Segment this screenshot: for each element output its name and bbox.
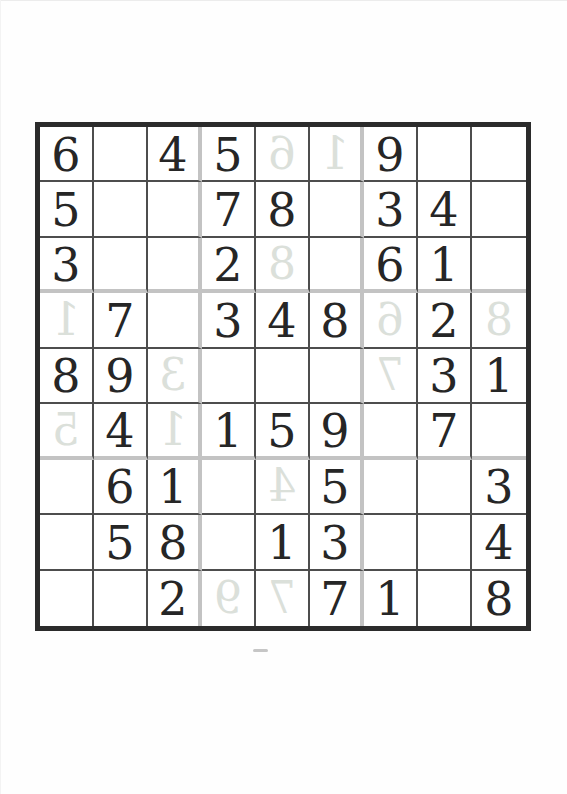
cell-r7c6: 5 <box>310 460 364 515</box>
given-digit: 5 <box>51 187 80 233</box>
cell-r2c7: 3 <box>364 182 418 237</box>
cell-r8c2: 5 <box>94 515 148 570</box>
given-digit: 4 <box>429 187 458 233</box>
cell-r1c3: 4 <box>148 127 202 182</box>
cell-r7c2: 6 <box>94 460 148 515</box>
cell-r8c9: 4 <box>472 515 526 570</box>
cell-r4c9[interactable]: 8 <box>472 293 526 348</box>
cell-r2c3[interactable] <box>148 182 202 237</box>
cell-r1c6[interactable]: 1 <box>310 127 364 182</box>
cell-r6c3[interactable]: 1 <box>148 404 202 459</box>
given-digit: 2 <box>429 298 458 344</box>
cell-r6c7[interactable] <box>364 404 418 459</box>
cell-r9c4[interactable]: 9 <box>202 571 256 626</box>
bleed-through-digit: 9 <box>202 571 254 626</box>
sudoku-board: 6456195783432861173486288937315411597614… <box>35 122 531 631</box>
given-digit: 9 <box>105 353 134 399</box>
cell-r1c9[interactable] <box>472 127 526 182</box>
cell-r8c7[interactable] <box>364 515 418 570</box>
given-digit: 6 <box>51 132 80 178</box>
given-digit: 7 <box>213 187 242 233</box>
cell-r9c8[interactable] <box>418 571 472 626</box>
scan-edge-top <box>0 0 567 1</box>
given-digit: 1 <box>267 520 296 566</box>
bleed-through-digit: 3 <box>148 349 198 402</box>
cell-r2c1: 5 <box>40 182 94 237</box>
cell-r1c8[interactable] <box>418 127 472 182</box>
cell-r8c4[interactable] <box>202 515 256 570</box>
cell-r5c3[interactable]: 3 <box>148 349 202 404</box>
cell-r4c2: 7 <box>94 293 148 348</box>
cell-r3c3[interactable] <box>148 238 202 293</box>
given-digit: 9 <box>375 132 404 178</box>
cell-r5c8: 3 <box>418 349 472 404</box>
cell-r9c6: 7 <box>310 571 364 626</box>
given-digit: 5 <box>213 132 242 178</box>
cell-r9c7: 1 <box>364 571 418 626</box>
cell-r9c2[interactable] <box>94 571 148 626</box>
bleed-through-digit: 1 <box>148 404 198 455</box>
cell-r8c6: 3 <box>310 515 364 570</box>
given-digit: 9 <box>320 408 349 454</box>
cell-r3c8: 1 <box>418 238 472 293</box>
cell-r4c8: 2 <box>418 293 472 348</box>
bleed-through-digit: 7 <box>256 571 308 626</box>
cell-r4c3[interactable] <box>148 293 202 348</box>
cell-r7c4[interactable] <box>202 460 256 515</box>
cell-r6c4: 1 <box>202 404 256 459</box>
cell-r1c1: 6 <box>40 127 94 182</box>
cell-r2c2[interactable] <box>94 182 148 237</box>
bleed-through-digit: 8 <box>256 238 308 289</box>
cell-r7c8[interactable] <box>418 460 472 515</box>
cell-r2c8: 4 <box>418 182 472 237</box>
given-digit: 3 <box>51 242 80 288</box>
cell-r7c3: 1 <box>148 460 202 515</box>
cell-r1c4: 5 <box>202 127 256 182</box>
given-digit: 1 <box>375 576 404 622</box>
bleed-through-digit: 5 <box>40 404 92 455</box>
cell-r8c8[interactable] <box>418 515 472 570</box>
given-digit: 2 <box>213 242 242 288</box>
cell-r4c4: 3 <box>202 293 256 348</box>
fold-mark <box>253 649 268 652</box>
cell-r6c5: 5 <box>256 404 310 459</box>
given-digit: 5 <box>105 520 134 566</box>
cell-r3c4: 2 <box>202 238 256 293</box>
given-digit: 3 <box>213 298 242 344</box>
given-digit: 1 <box>158 464 187 510</box>
given-digit: 4 <box>267 298 296 344</box>
cell-r4c6: 8 <box>310 293 364 348</box>
cell-r5c4[interactable] <box>202 349 256 404</box>
given-digit: 8 <box>158 520 187 566</box>
bleed-through-digit: 4 <box>256 460 308 513</box>
cell-r7c5[interactable]: 4 <box>256 460 310 515</box>
given-digit: 4 <box>158 132 187 178</box>
given-digit: 3 <box>375 187 404 233</box>
scan-edge-left <box>0 0 1 794</box>
given-digit: 1 <box>484 353 513 399</box>
cell-r3c6[interactable] <box>310 238 364 293</box>
cell-r9c3: 2 <box>148 571 202 626</box>
cell-r1c7: 9 <box>364 127 418 182</box>
cell-r6c6: 9 <box>310 404 364 459</box>
cell-r4c1[interactable]: 1 <box>40 293 94 348</box>
cell-r4c5: 4 <box>256 293 310 348</box>
cell-r6c1[interactable]: 5 <box>40 404 94 459</box>
cell-r6c8: 7 <box>418 404 472 459</box>
given-digit: 6 <box>105 464 134 510</box>
given-digit: 8 <box>267 187 296 233</box>
given-digit: 7 <box>105 298 134 344</box>
given-digit: 7 <box>320 576 349 622</box>
cell-r5c6[interactable] <box>310 349 364 404</box>
cell-r2c9[interactable] <box>472 182 526 237</box>
cell-r6c2: 4 <box>94 404 148 459</box>
given-digit: 6 <box>375 242 404 288</box>
cell-r2c4: 7 <box>202 182 256 237</box>
given-digit: 1 <box>429 242 458 288</box>
cell-r9c1[interactable] <box>40 571 94 626</box>
cell-r5c1: 8 <box>40 349 94 404</box>
cell-r8c3: 8 <box>148 515 202 570</box>
cell-r4c7[interactable]: 6 <box>364 293 418 348</box>
cell-r9c5[interactable]: 7 <box>256 571 310 626</box>
given-digit: 5 <box>267 408 296 454</box>
cell-r8c1[interactable] <box>40 515 94 570</box>
given-digit: 3 <box>484 464 513 510</box>
given-digit: 8 <box>51 353 80 399</box>
cell-r2c5: 8 <box>256 182 310 237</box>
bleed-through-digit: 1 <box>40 293 92 346</box>
given-digit: 3 <box>429 353 458 399</box>
bleed-through-digit: 1 <box>310 127 360 180</box>
given-digit: 8 <box>320 298 349 344</box>
cell-r3c7: 6 <box>364 238 418 293</box>
cell-r7c7[interactable] <box>364 460 418 515</box>
bleed-through-digit: 6 <box>364 293 416 346</box>
given-digit: 3 <box>320 520 349 566</box>
cell-r9c9: 8 <box>472 571 526 626</box>
cell-r1c2[interactable] <box>94 127 148 182</box>
cell-r5c5[interactable] <box>256 349 310 404</box>
cell-r2c6[interactable] <box>310 182 364 237</box>
given-digit: 7 <box>429 408 458 454</box>
bleed-through-digit: 6 <box>256 127 308 180</box>
cell-r3c9[interactable] <box>472 238 526 293</box>
given-digit: 2 <box>158 576 187 622</box>
cell-r5c7[interactable]: 7 <box>364 349 418 404</box>
bleed-through-digit: 7 <box>364 349 416 402</box>
cell-r7c9: 3 <box>472 460 526 515</box>
given-digit: 5 <box>320 464 349 510</box>
given-digit: 1 <box>213 408 242 454</box>
given-digit: 4 <box>105 408 134 454</box>
scanned-sudoku-page: { "game": "sudoku", "grid_size": 9, "pos… <box>0 0 567 794</box>
cell-r5c9: 1 <box>472 349 526 404</box>
cell-r1c5[interactable]: 6 <box>256 127 310 182</box>
given-digit: 8 <box>484 576 513 622</box>
cell-r8c5: 1 <box>256 515 310 570</box>
cell-r5c2: 9 <box>94 349 148 404</box>
cell-r7c1[interactable] <box>40 460 94 515</box>
bleed-through-digit: 8 <box>472 293 526 346</box>
cell-r3c5[interactable]: 8 <box>256 238 310 293</box>
cell-r3c1: 3 <box>40 238 94 293</box>
cell-r6c9[interactable] <box>472 404 526 459</box>
cell-r3c2[interactable] <box>94 238 148 293</box>
given-digit: 4 <box>484 520 513 566</box>
